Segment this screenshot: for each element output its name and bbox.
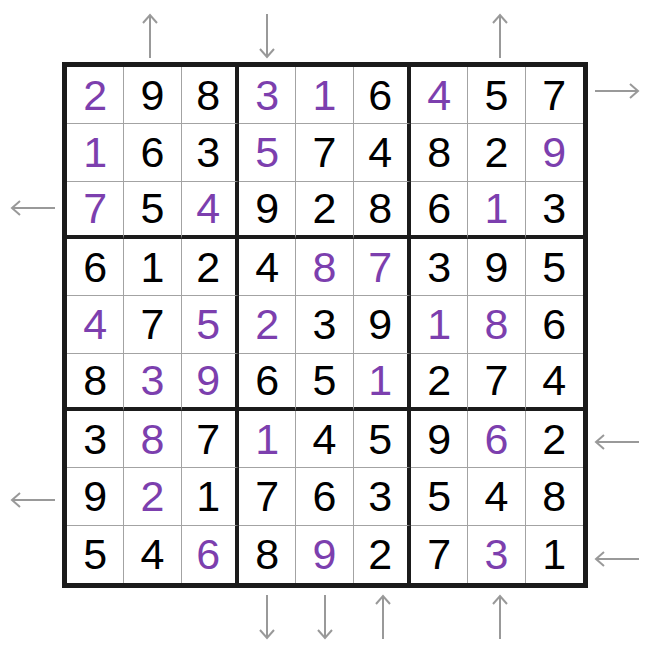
cell-r8c6[interactable]: 3 — [354, 468, 411, 525]
cell-r2c4[interactable]: 5 — [239, 124, 296, 181]
cell-r5c5[interactable]: 3 — [296, 296, 353, 353]
cell-r1c6[interactable]: 6 — [354, 67, 411, 124]
cell-r2c5[interactable]: 7 — [296, 124, 353, 181]
cell-r1c3[interactable]: 8 — [182, 67, 239, 124]
cell-r6c7[interactable]: 2 — [411, 354, 468, 411]
top-col4-down-arrow-icon — [257, 13, 277, 59]
cell-r8c4[interactable]: 7 — [239, 468, 296, 525]
cell-r3c1[interactable]: 7 — [67, 182, 124, 239]
cell-r3c5[interactable]: 2 — [296, 182, 353, 239]
cell-r8c8[interactable]: 4 — [468, 468, 525, 525]
cell-r8c7[interactable]: 5 — [411, 468, 468, 525]
cell-r3c8[interactable]: 1 — [468, 182, 525, 239]
cell-r3c3[interactable]: 4 — [182, 182, 239, 239]
cell-r6c6[interactable]: 1 — [354, 354, 411, 411]
cell-r6c2[interactable]: 3 — [124, 354, 181, 411]
cell-r9c1[interactable]: 5 — [67, 526, 124, 583]
cell-r4c2[interactable]: 1 — [124, 239, 181, 296]
cell-r2c9[interactable]: 9 — [526, 124, 583, 181]
cell-r2c8[interactable]: 2 — [468, 124, 525, 181]
bottom-col8-up-arrow-icon — [490, 594, 510, 640]
bottom-col5-down-arrow-icon — [315, 594, 335, 640]
cell-r7c8[interactable]: 6 — [468, 411, 525, 468]
cell-r1c2[interactable]: 9 — [124, 67, 181, 124]
cell-r9c5[interactable]: 9 — [296, 526, 353, 583]
cell-r9c3[interactable]: 6 — [182, 526, 239, 583]
cell-r4c9[interactable]: 5 — [526, 239, 583, 296]
cell-r5c1[interactable]: 4 — [67, 296, 124, 353]
cell-r6c4[interactable]: 6 — [239, 354, 296, 411]
cell-r6c3[interactable]: 9 — [182, 354, 239, 411]
sudoku-page: 2983164571635748297549286136124873954752… — [0, 0, 650, 650]
cell-r7c6[interactable]: 5 — [354, 411, 411, 468]
cell-r8c5[interactable]: 6 — [296, 468, 353, 525]
cell-r7c7[interactable]: 9 — [411, 411, 468, 468]
cell-r6c5[interactable]: 5 — [296, 354, 353, 411]
cell-r3c7[interactable]: 6 — [411, 182, 468, 239]
cell-r8c2[interactable]: 2 — [124, 468, 181, 525]
cell-r6c9[interactable]: 4 — [526, 354, 583, 411]
cell-r6c8[interactable]: 7 — [468, 354, 525, 411]
cell-r3c9[interactable]: 3 — [526, 182, 583, 239]
sudoku-board: 2983164571635748297549286136124873954752… — [62, 62, 588, 588]
cell-r1c7[interactable]: 4 — [411, 67, 468, 124]
cell-r3c6[interactable]: 8 — [354, 182, 411, 239]
cell-r8c1[interactable]: 9 — [67, 468, 124, 525]
right-row7-left-arrow-icon — [594, 432, 640, 452]
cell-r7c9[interactable]: 2 — [526, 411, 583, 468]
cell-r7c1[interactable]: 3 — [67, 411, 124, 468]
cell-r9c4[interactable]: 8 — [239, 526, 296, 583]
cell-r4c6[interactable]: 7 — [354, 239, 411, 296]
cell-r2c3[interactable]: 3 — [182, 124, 239, 181]
cell-r4c5[interactable]: 8 — [296, 239, 353, 296]
cell-r7c4[interactable]: 1 — [239, 411, 296, 468]
bottom-col6-up-arrow-icon — [373, 594, 393, 640]
top-col8-up-arrow-icon — [490, 13, 510, 59]
cell-r1c4[interactable]: 3 — [239, 67, 296, 124]
cell-r7c3[interactable]: 7 — [182, 411, 239, 468]
cell-r5c9[interactable]: 6 — [526, 296, 583, 353]
cell-r9c7[interactable]: 7 — [411, 526, 468, 583]
cell-r5c6[interactable]: 9 — [354, 296, 411, 353]
cell-r4c8[interactable]: 9 — [468, 239, 525, 296]
cell-r9c6[interactable]: 2 — [354, 526, 411, 583]
cell-r8c9[interactable]: 8 — [526, 468, 583, 525]
cell-r4c1[interactable]: 6 — [67, 239, 124, 296]
cell-r3c2[interactable]: 5 — [124, 182, 181, 239]
cell-r2c1[interactable]: 1 — [67, 124, 124, 181]
cell-r1c5[interactable]: 1 — [296, 67, 353, 124]
cell-r8c3[interactable]: 1 — [182, 468, 239, 525]
right-row1-right-arrow-icon — [594, 81, 640, 101]
cell-r5c8[interactable]: 8 — [468, 296, 525, 353]
cell-r4c7[interactable]: 3 — [411, 239, 468, 296]
cell-r5c3[interactable]: 5 — [182, 296, 239, 353]
cell-r3c4[interactable]: 9 — [239, 182, 296, 239]
cell-r6c1[interactable]: 8 — [67, 354, 124, 411]
cell-r7c5[interactable]: 4 — [296, 411, 353, 468]
top-col2-up-arrow-icon — [140, 13, 160, 59]
cell-r7c2[interactable]: 8 — [124, 411, 181, 468]
cell-r2c7[interactable]: 8 — [411, 124, 468, 181]
cell-r9c8[interactable]: 3 — [468, 526, 525, 583]
cell-r1c1[interactable]: 2 — [67, 67, 124, 124]
cell-r2c6[interactable]: 4 — [354, 124, 411, 181]
cell-r1c8[interactable]: 5 — [468, 67, 525, 124]
cell-r1c9[interactable]: 7 — [526, 67, 583, 124]
cell-r9c2[interactable]: 4 — [124, 526, 181, 583]
cell-r5c2[interactable]: 7 — [124, 296, 181, 353]
left-row3-left-arrow-icon — [10, 198, 56, 218]
right-row9-left-arrow-icon — [594, 549, 640, 569]
cell-r4c3[interactable]: 2 — [182, 239, 239, 296]
cell-r9c9[interactable]: 1 — [526, 526, 583, 583]
cell-r4c4[interactable]: 4 — [239, 239, 296, 296]
left-row8-left-arrow-icon — [10, 490, 56, 510]
cell-r2c2[interactable]: 6 — [124, 124, 181, 181]
cell-r5c4[interactable]: 2 — [239, 296, 296, 353]
bottom-col4-down-arrow-icon — [257, 594, 277, 640]
cell-r5c7[interactable]: 1 — [411, 296, 468, 353]
